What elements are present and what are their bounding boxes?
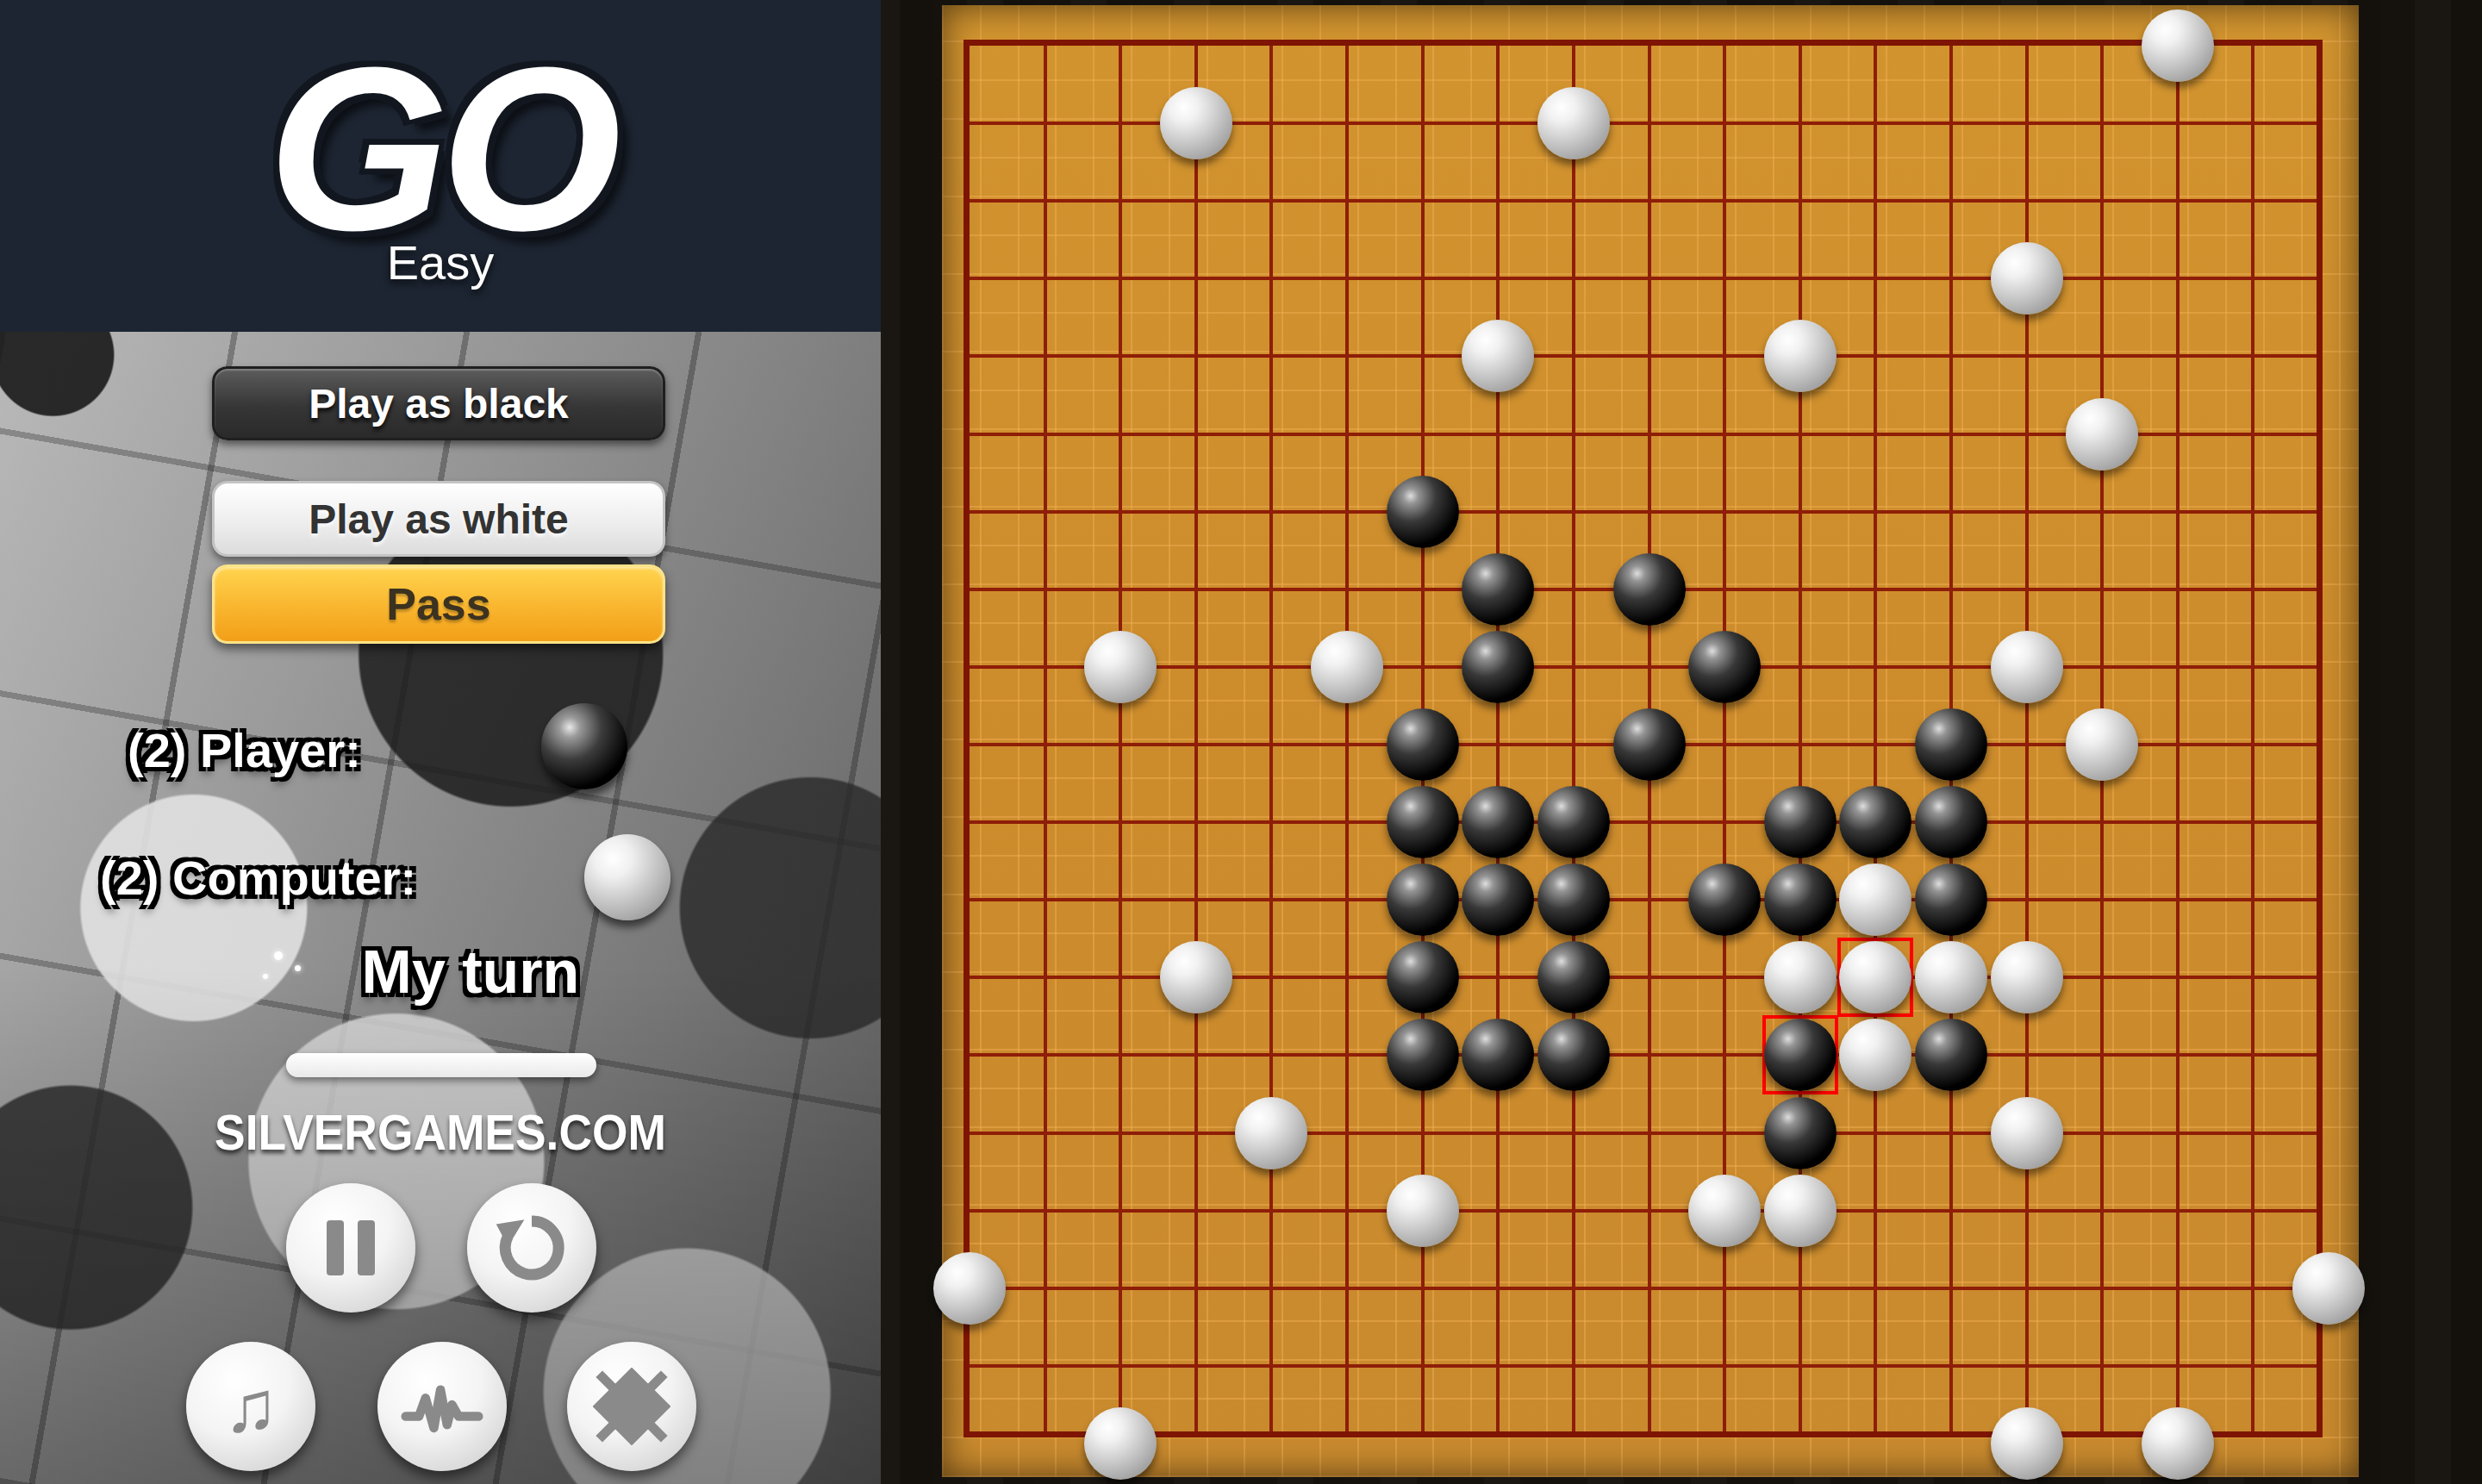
white-stone: [1764, 941, 1837, 1013]
grid-line: [2251, 46, 2254, 1431]
black-stone: [1915, 708, 1987, 781]
white-stone: [1084, 631, 1157, 703]
sound-wave-icon: [401, 1365, 483, 1448]
black-stone: [1462, 786, 1534, 858]
white-stone: [1387, 1175, 1459, 1247]
sparkle-effect: [263, 974, 268, 979]
grid-line: [1119, 46, 1122, 1431]
black-stone: [1387, 864, 1459, 936]
pass-button[interactable]: Pass: [212, 564, 665, 644]
white-stone: [1462, 320, 1534, 392]
restart-icon: [495, 1211, 569, 1285]
white-stone: [1991, 1407, 2063, 1480]
grid-line: [970, 1132, 2317, 1135]
white-stone: [2142, 1407, 2214, 1480]
sound-toggle-button[interactable]: [377, 1342, 507, 1471]
white-stone: [1991, 631, 2063, 703]
grid-line: [970, 510, 2317, 514]
white-stone: [1235, 1097, 1307, 1169]
black-stone: [1537, 1019, 1610, 1091]
player-captures-label: (2) Player:: [128, 722, 361, 778]
grid-line: [970, 354, 2317, 358]
black-stone: [1537, 864, 1610, 936]
white-stone: [933, 1252, 1006, 1325]
black-stone: [1764, 1097, 1837, 1169]
white-stone: [1764, 1175, 1837, 1247]
white-stone: [2066, 708, 2138, 781]
site-name: SILVERGAMES.COM: [35, 1103, 845, 1161]
grid-line: [970, 1053, 2317, 1057]
grid-line: [970, 1287, 2317, 1290]
grid-line: [1874, 46, 1877, 1431]
computer-white-stone-icon: [584, 834, 670, 920]
grid-line: [1496, 46, 1500, 1431]
grid-line: [970, 1364, 2317, 1368]
sparkle-effect: [295, 965, 301, 971]
white-stone: [1084, 1407, 1157, 1480]
black-stone: [1839, 786, 1911, 858]
sparkle-effect: [274, 951, 283, 960]
grid-line: [1044, 46, 1047, 1431]
go-board[interactable]: [942, 5, 2359, 1477]
grid-line: [970, 277, 2317, 280]
player-black-stone-icon: [541, 703, 627, 789]
shrink-icon: [593, 1368, 670, 1445]
music-toggle-button[interactable]: ♫: [186, 1342, 315, 1471]
grid-line: [2176, 46, 2180, 1431]
white-stone: [1160, 941, 1232, 1013]
black-stone: [1387, 476, 1459, 548]
black-stone: [1387, 941, 1459, 1013]
turn-progress-bar: [286, 1053, 596, 1077]
white-stone: [1688, 1175, 1761, 1247]
grid-line: [1269, 46, 1273, 1431]
grid-line: [970, 820, 2317, 824]
black-stone: [1462, 864, 1534, 936]
black-stone: [1915, 1019, 1987, 1091]
grid-line: [1572, 46, 1575, 1431]
white-stone: [1915, 941, 1987, 1013]
white-stone: [1991, 941, 2063, 1013]
black-stone: [1764, 1019, 1837, 1091]
black-stone: [1764, 786, 1837, 858]
white-stone: [2142, 9, 2214, 82]
grid-line: [970, 898, 2317, 901]
grid-line: [970, 1209, 2317, 1213]
grid-line: [970, 199, 2317, 203]
grid-line: [1345, 46, 1349, 1431]
grid-line: [970, 665, 2317, 669]
black-stone: [1387, 708, 1459, 781]
white-stone: [2066, 398, 2138, 471]
black-stone: [1387, 786, 1459, 858]
difficulty-label: Easy: [0, 234, 881, 290]
shrink-screen-button[interactable]: [567, 1342, 696, 1471]
black-stone: [1387, 1019, 1459, 1091]
white-stone: [1991, 242, 2063, 315]
music-icon: ♫: [224, 1370, 278, 1443]
black-stone: [1688, 864, 1761, 936]
play-as-black-button[interactable]: Play as black: [212, 366, 665, 440]
black-stone: [1915, 786, 1987, 858]
white-stone: [1537, 87, 1610, 159]
black-stone: [1764, 864, 1837, 936]
black-stone: [1613, 708, 1686, 781]
black-stone: [1613, 553, 1686, 626]
white-stone: [1160, 87, 1232, 159]
black-stone: [1462, 553, 1534, 626]
white-stone: [1311, 631, 1383, 703]
pause-button[interactable]: [286, 1183, 415, 1313]
pause-icon: [327, 1220, 375, 1275]
board-grid: [963, 40, 2323, 1437]
grid-line: [1194, 46, 1198, 1431]
turn-status-text: My turn: [0, 938, 881, 1007]
black-stone: [1462, 1019, 1534, 1091]
black-stone: [1537, 786, 1610, 858]
computer-captures-label: (2) Computer:: [100, 850, 416, 906]
sidebar-header: GO Easy: [0, 0, 881, 332]
sidebar: GO Easy Play as black Play as white Pass…: [0, 0, 881, 1484]
restart-button[interactable]: [467, 1183, 596, 1313]
white-stone: [1839, 864, 1911, 936]
white-stone: [1839, 1019, 1911, 1091]
black-stone: [1537, 941, 1610, 1013]
black-stone: [1688, 631, 1761, 703]
black-stone: [1462, 631, 1534, 703]
white-stone: [2292, 1252, 2365, 1325]
black-stone: [1915, 864, 1987, 936]
play-as-white-button[interactable]: Play as white: [212, 481, 665, 557]
white-stone: [1764, 320, 1837, 392]
white-stone: [1991, 1097, 2063, 1169]
